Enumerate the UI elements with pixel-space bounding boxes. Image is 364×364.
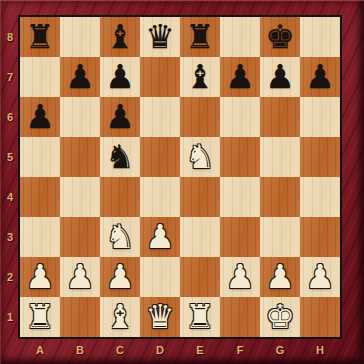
square-e4[interactable] xyxy=(180,177,220,217)
rank-label-5: 5 xyxy=(0,137,20,177)
square-f5[interactable] xyxy=(220,137,260,177)
square-a2[interactable]: ♟ xyxy=(20,257,60,297)
rank-label-6: 6 xyxy=(0,97,20,137)
file-label-g: G xyxy=(260,339,300,361)
piece-black-pawn[interactable]: ♟ xyxy=(225,60,255,93)
square-d5[interactable] xyxy=(140,137,180,177)
rank-label-8: 8 xyxy=(0,17,20,57)
piece-black-queen[interactable]: ♛ xyxy=(145,20,175,53)
piece-black-pawn[interactable]: ♟ xyxy=(305,60,335,93)
piece-white-pawn[interactable]: ♟ xyxy=(265,260,295,293)
square-c1[interactable]: ♝ xyxy=(100,297,140,337)
square-h6[interactable] xyxy=(300,97,340,137)
square-f3[interactable] xyxy=(220,217,260,257)
square-g6[interactable] xyxy=(260,97,300,137)
piece-white-pawn[interactable]: ♟ xyxy=(65,260,95,293)
file-label-d: D xyxy=(140,339,180,361)
square-d2[interactable] xyxy=(140,257,180,297)
file-label-b: B xyxy=(60,339,100,361)
square-c4[interactable] xyxy=(100,177,140,217)
square-f4[interactable] xyxy=(220,177,260,217)
square-b7[interactable]: ♟ xyxy=(60,57,100,97)
piece-white-pawn[interactable]: ♟ xyxy=(25,260,55,293)
rank-label-1: 1 xyxy=(0,297,20,337)
rank-label-4: 4 xyxy=(0,177,20,217)
square-b1[interactable] xyxy=(60,297,100,337)
piece-black-rook[interactable]: ♜ xyxy=(185,20,215,53)
piece-black-king[interactable]: ♚ xyxy=(265,20,295,53)
square-h4[interactable] xyxy=(300,177,340,217)
square-g5[interactable] xyxy=(260,137,300,177)
chessboard[interactable]: ♜♝♛♜♚♟♟♝♟♟♟♟♟♞♞♞♟♟♟♟♟♟♟♜♝♛♜♚ xyxy=(20,17,340,337)
piece-white-pawn[interactable]: ♟ xyxy=(145,220,175,253)
square-b6[interactable] xyxy=(60,97,100,137)
square-c7[interactable]: ♟ xyxy=(100,57,140,97)
piece-black-pawn[interactable]: ♟ xyxy=(25,100,55,133)
piece-white-pawn[interactable]: ♟ xyxy=(105,260,135,293)
piece-white-pawn[interactable]: ♟ xyxy=(225,260,255,293)
piece-black-bishop[interactable]: ♝ xyxy=(105,20,135,53)
piece-black-pawn[interactable]: ♟ xyxy=(265,60,295,93)
square-e3[interactable] xyxy=(180,217,220,257)
piece-black-rook[interactable]: ♜ xyxy=(25,20,55,53)
square-h7[interactable]: ♟ xyxy=(300,57,340,97)
square-d8[interactable]: ♛ xyxy=(140,17,180,57)
square-g1[interactable]: ♚ xyxy=(260,297,300,337)
square-g2[interactable]: ♟ xyxy=(260,257,300,297)
piece-white-bishop[interactable]: ♝ xyxy=(105,300,135,333)
file-label-f: F xyxy=(220,339,260,361)
piece-white-rook[interactable]: ♜ xyxy=(25,300,55,333)
square-d1[interactable]: ♛ xyxy=(140,297,180,337)
square-a3[interactable] xyxy=(20,217,60,257)
rank-label-7: 7 xyxy=(0,57,20,97)
piece-black-pawn[interactable]: ♟ xyxy=(105,60,135,93)
rank-label-2: 2 xyxy=(0,257,20,297)
rank-coordinates: 87654321 xyxy=(0,17,20,337)
chess-app: 87654321 ♜♝♛♜♚♟♟♝♟♟♟♟♟♞♞♞♟♟♟♟♟♟♟♜♝♛♜♚ AB… xyxy=(0,0,364,364)
piece-white-knight[interactable]: ♞ xyxy=(105,220,135,253)
square-g4[interactable] xyxy=(260,177,300,217)
square-e1[interactable]: ♜ xyxy=(180,297,220,337)
square-f8[interactable] xyxy=(220,17,260,57)
square-a6[interactable]: ♟ xyxy=(20,97,60,137)
square-b4[interactable] xyxy=(60,177,100,217)
square-f2[interactable]: ♟ xyxy=(220,257,260,297)
square-e8[interactable]: ♜ xyxy=(180,17,220,57)
square-h5[interactable] xyxy=(300,137,340,177)
piece-black-knight[interactable]: ♞ xyxy=(105,140,135,173)
square-d3[interactable]: ♟ xyxy=(140,217,180,257)
square-d6[interactable] xyxy=(140,97,180,137)
file-label-c: C xyxy=(100,339,140,361)
piece-white-rook[interactable]: ♜ xyxy=(185,300,215,333)
square-a4[interactable] xyxy=(20,177,60,217)
square-b5[interactable] xyxy=(60,137,100,177)
square-e6[interactable] xyxy=(180,97,220,137)
square-h8[interactable] xyxy=(300,17,340,57)
square-h2[interactable]: ♟ xyxy=(300,257,340,297)
square-f6[interactable] xyxy=(220,97,260,137)
square-d4[interactable] xyxy=(140,177,180,217)
square-b2[interactable]: ♟ xyxy=(60,257,100,297)
piece-black-pawn[interactable]: ♟ xyxy=(65,60,95,93)
file-coordinates: ABCDEFGH xyxy=(20,339,340,361)
square-c8[interactable]: ♝ xyxy=(100,17,140,57)
piece-white-pawn[interactable]: ♟ xyxy=(305,260,335,293)
piece-white-queen[interactable]: ♛ xyxy=(145,300,175,333)
square-h1[interactable] xyxy=(300,297,340,337)
square-f7[interactable]: ♟ xyxy=(220,57,260,97)
square-c6[interactable]: ♟ xyxy=(100,97,140,137)
square-e2[interactable] xyxy=(180,257,220,297)
piece-white-knight[interactable]: ♞ xyxy=(185,140,215,173)
square-b8[interactable] xyxy=(60,17,100,57)
square-f1[interactable] xyxy=(220,297,260,337)
square-b3[interactable] xyxy=(60,217,100,257)
square-a1[interactable]: ♜ xyxy=(20,297,60,337)
piece-white-king[interactable]: ♚ xyxy=(265,300,295,333)
square-g7[interactable]: ♟ xyxy=(260,57,300,97)
square-h3[interactable] xyxy=(300,217,340,257)
square-c5[interactable]: ♞ xyxy=(100,137,140,177)
piece-black-pawn[interactable]: ♟ xyxy=(105,100,135,133)
file-label-h: H xyxy=(300,339,340,361)
file-label-a: A xyxy=(20,339,60,361)
square-g3[interactable] xyxy=(260,217,300,257)
square-e5[interactable]: ♞ xyxy=(180,137,220,177)
square-d7[interactable] xyxy=(140,57,180,97)
square-c2[interactable]: ♟ xyxy=(100,257,140,297)
square-g8[interactable]: ♚ xyxy=(260,17,300,57)
rank-label-3: 3 xyxy=(0,217,20,257)
piece-black-bishop[interactable]: ♝ xyxy=(185,60,215,93)
square-a7[interactable] xyxy=(20,57,60,97)
square-c3[interactable]: ♞ xyxy=(100,217,140,257)
square-e7[interactable]: ♝ xyxy=(180,57,220,97)
square-a5[interactable] xyxy=(20,137,60,177)
file-label-e: E xyxy=(180,339,220,361)
square-a8[interactable]: ♜ xyxy=(20,17,60,57)
